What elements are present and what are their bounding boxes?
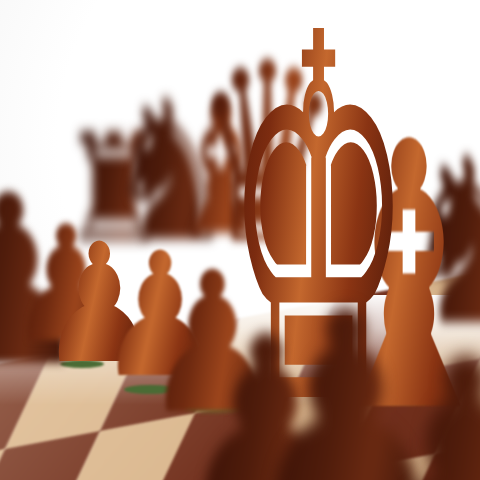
pawn-h-piece: ♟ [339, 322, 480, 480]
chess-photo-scene: ♜♞♝♛♞♝♚♟♟♟♟♟♟♟♟ [0, 0, 480, 480]
pieces-layer: ♜♞♝♛♞♝♚♟♟♟♟♟♟♟♟ [0, 0, 480, 480]
